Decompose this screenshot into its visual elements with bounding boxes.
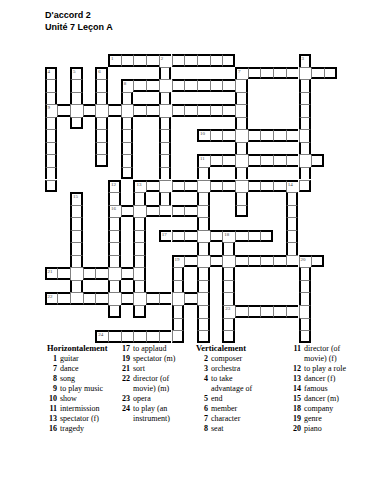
cell-r3c16[interactable] [235,79,248,92]
cell-r5c15[interactable] [222,104,235,117]
cell-r22c13[interactable] [197,318,210,331]
cell-r7c19[interactable] [273,129,286,142]
cell-r20c5[interactable] [95,292,108,305]
cell-r22c21[interactable] [299,318,312,331]
cell-r12c8[interactable] [133,192,146,205]
cell-r17c12[interactable] [184,255,197,268]
clue-list-number: 8 [34,374,60,384]
down-clue-8: 8seat [190,424,256,434]
cell-r19c21[interactable] [299,280,312,293]
cell-r21c19[interactable] [273,305,286,318]
cell-r11c17[interactable] [248,180,261,193]
cell-r14c6[interactable] [108,217,121,230]
cell-r17c15[interactable] [222,255,235,268]
cell-r5c7[interactable] [121,104,134,117]
cell-r4c5[interactable] [95,92,108,105]
cell-r17c16[interactable] [235,255,248,268]
cell-r17c14[interactable] [210,255,223,268]
cell-r7c13[interactable]: 10 [197,129,210,142]
across-clue-10: 10show [34,394,118,404]
clue-list-text: sort [133,364,181,374]
clue-list-number: 24 [108,404,133,414]
clue-list-text: seat [211,424,256,434]
cell-r16c20[interactable] [286,242,299,255]
cell-r12c3[interactable]: 15 [70,192,83,205]
cell-r17c22[interactable] [311,255,324,268]
cell-r5c21[interactable] [299,104,312,117]
cell-r2c10[interactable] [159,67,172,80]
cell-r18c21[interactable] [299,267,312,280]
cell-r5c4[interactable] [83,104,96,117]
clue-list-number: 1 [34,354,60,364]
clue-list-text: famous [304,384,353,394]
cell-r4c3[interactable] [70,92,83,105]
across-clue-13: 13spectator (f) [34,414,118,424]
cell-r12c20[interactable] [286,192,299,205]
clue-list-text: to play (an instrument) [133,404,181,424]
clue-number-21: 21 [48,269,53,275]
cell-r5c10[interactable] [159,104,172,117]
cell-r14c13[interactable] [197,217,210,230]
cell-r2c23[interactable] [324,67,337,80]
cell-r1c11[interactable] [172,54,185,67]
cell-r9c7[interactable] [121,154,134,167]
cell-r1c8[interactable] [133,54,146,67]
cell-r12c16[interactable] [235,192,248,205]
clue-number-3: 3 [302,56,305,62]
cell-r2c21[interactable] [299,67,312,80]
cell-r15c17[interactable] [248,230,261,243]
cell-r4c7[interactable] [121,92,134,105]
cell-r7c17[interactable] [248,129,261,142]
cell-r21c17[interactable] [248,305,261,318]
cell-r5c11[interactable] [172,104,185,117]
cell-r1c15[interactable] [222,54,235,67]
cell-r18c2[interactable] [57,267,70,280]
cell-r17c19[interactable] [273,255,286,268]
across-header: Horizontalement [47,344,107,353]
clue-number-8: 8 [124,81,127,87]
cell-r13c20[interactable] [286,205,299,218]
clue-list-number: 6 [190,404,211,414]
cell-r8c5[interactable] [95,142,108,155]
cell-r21c21[interactable] [299,305,312,318]
cell-r18c7[interactable] [121,267,134,280]
cell-r20c15[interactable] [222,292,235,305]
clue-list-number: 2 [190,354,211,364]
cell-r9c19[interactable] [273,154,286,167]
cell-r9c20[interactable] [286,154,299,167]
across-clue-17: 17to applaud [108,344,181,354]
cell-r5c13[interactable] [197,104,210,117]
cell-r20c9[interactable] [146,292,159,305]
cell-r5c3[interactable] [70,104,83,117]
cell-r1c12[interactable] [184,54,197,67]
cell-r2c3[interactable]: 5 [70,67,83,80]
cell-r2c20[interactable] [286,67,299,80]
cell-r19c11[interactable] [172,280,185,293]
cell-r9c10[interactable] [159,154,172,167]
cell-r18c5[interactable] [95,267,108,280]
cell-r13c12[interactable] [184,205,197,218]
cell-r2c17[interactable] [248,67,261,80]
cell-r23c6[interactable] [108,330,121,343]
cell-r20c10[interactable] [159,292,172,305]
cell-r9c1[interactable] [45,154,58,167]
cell-r18c3[interactable] [70,267,83,280]
cell-r20c11[interactable] [172,292,185,305]
cell-r17c21[interactable]: 20 [299,255,312,268]
cell-r6c5[interactable] [95,117,108,130]
cell-r19c8[interactable] [133,280,146,293]
cell-r11c8[interactable]: 13 [133,180,146,193]
cell-r22c15[interactable] [222,318,235,331]
cell-r14c3[interactable] [70,217,83,230]
cell-r13c8[interactable] [133,205,146,218]
cell-r17c13[interactable] [197,255,210,268]
cell-r11c13[interactable] [197,180,210,193]
cell-r8c16[interactable] [235,142,248,155]
clue-list-number: 11 [279,344,304,354]
cell-r12c10[interactable] [159,192,172,205]
cell-r1c14[interactable] [210,54,223,67]
clue-list-text: to take advantage of [211,374,256,394]
cell-r15c15[interactable]: 18 [222,230,235,243]
cell-r8c21[interactable] [299,142,312,155]
cell-r6c16[interactable] [235,117,248,130]
cell-r19c6[interactable] [108,280,121,293]
cell-r7c5[interactable] [95,129,108,142]
cell-r9c16[interactable] [235,154,248,167]
cell-r21c20[interactable] [286,305,299,318]
cell-r12c6[interactable] [108,192,121,205]
cell-r14c8[interactable] [133,217,146,230]
cell-r21c13[interactable] [197,305,210,318]
cell-r9c22[interactable] [311,154,324,167]
cell-r7c20[interactable] [286,129,299,142]
cell-r1c9[interactable] [146,54,159,67]
cell-r16c3[interactable] [70,242,83,255]
cell-r18c6[interactable] [108,267,121,280]
cell-r5c14[interactable] [210,104,223,117]
cell-r11c11[interactable] [172,180,185,193]
cell-r23c21[interactable] [299,330,312,343]
clue-list-number: 13 [279,374,304,384]
cell-r4c1[interactable] [45,92,58,105]
cell-r17c18[interactable] [260,255,273,268]
cell-r9c5[interactable] [95,154,108,167]
clue-list-number: 16 [34,424,60,434]
cell-r9c14[interactable] [210,154,223,167]
cell-r13c6[interactable]: 16 [108,205,121,218]
clue-list-number: 7 [190,414,211,424]
down-clue-13: 13dancer (f) [279,374,353,384]
cell-r15c16[interactable] [235,230,248,243]
cell-r21c6[interactable] [108,305,121,318]
cell-r13c13[interactable] [197,205,210,218]
cell-r11c21[interactable] [299,180,312,193]
cell-r3c15[interactable] [222,79,235,92]
cell-r11c10[interactable] [159,180,172,193]
cell-r16c13[interactable] [197,242,210,255]
cell-r9c13[interactable]: 11 [197,154,210,167]
cell-r11c6[interactable]: 12 [108,180,121,193]
cell-r5c1[interactable]: 9 [45,104,58,117]
cell-r23c10[interactable] [159,330,172,343]
cell-r6c7[interactable] [121,117,134,130]
cell-r18c15[interactable] [222,267,235,280]
cell-r3c8[interactable] [133,79,146,92]
cell-r21c18[interactable] [260,305,273,318]
cell-r11c18[interactable] [260,180,273,193]
cell-r15c3[interactable] [70,230,83,243]
cell-r18c8[interactable] [133,267,146,280]
cell-r5c9[interactable] [146,104,159,117]
cell-r20c4[interactable] [83,292,96,305]
cell-r17c8[interactable] [133,255,146,268]
cell-r16c15[interactable] [222,242,235,255]
cell-r11c20[interactable]: 14 [286,180,299,193]
cell-r9c15[interactable] [222,154,235,167]
cell-r6c3[interactable] [70,117,83,130]
cell-r3c7[interactable]: 8 [121,79,134,92]
cell-r5c2[interactable] [57,104,70,117]
cell-r15c14[interactable] [210,230,223,243]
cell-r9c21[interactable] [299,154,312,167]
clue-number-23: 23 [225,306,230,312]
cell-r15c20[interactable] [286,230,299,243]
across-clue-23: 23opera [108,394,181,404]
clue-number-15: 15 [73,194,78,200]
clue-number-20: 20 [301,257,306,263]
cell-r3c9[interactable] [146,79,159,92]
cell-r20c3[interactable] [70,292,83,305]
clue-list-number: 18 [279,404,304,414]
cell-r6c21[interactable] [299,117,312,130]
across-clue-21: 21sort [108,364,181,374]
cell-r21c8[interactable] [133,305,146,318]
cell-r14c20[interactable] [286,217,299,230]
cell-r13c10[interactable] [159,205,172,218]
clue-list-number: 9 [34,384,60,394]
clue-number-2: 2 [161,56,164,62]
cell-r11c19[interactable] [273,180,286,193]
cell-r13c3[interactable] [70,205,83,218]
cell-r3c5[interactable] [95,79,108,92]
clue-list-number: 19 [279,414,304,424]
cell-r3c3[interactable] [70,79,83,92]
cell-r17c11[interactable]: 19 [172,255,185,268]
clue-list-text: character [211,414,256,424]
cell-r17c17[interactable] [248,255,261,268]
clue-number-4: 4 [48,69,51,75]
clue-number-14: 14 [288,182,293,188]
cell-r18c11[interactable] [172,267,185,280]
cell-r8c1[interactable] [45,142,58,155]
cell-r6c10[interactable] [159,117,172,130]
cell-r5c5[interactable] [95,104,108,117]
cell-r13c7[interactable] [121,205,134,218]
cell-r3c12[interactable] [184,79,197,92]
cell-r10c16[interactable] [235,167,248,180]
cell-r13c11[interactable] [172,205,185,218]
cell-r2c22[interactable] [311,67,324,80]
cell-r19c15[interactable] [222,280,235,293]
cell-r21c11[interactable] [172,305,185,318]
cell-r15c10[interactable]: 17 [159,230,172,243]
across-clue-19: 19spectator (m) [108,354,181,364]
cell-r11c12[interactable] [184,180,197,193]
cell-r5c6[interactable] [108,104,121,117]
cell-r23c13[interactable] [197,330,210,343]
cell-r11c16[interactable] [235,180,248,193]
cell-r21c15[interactable]: 23 [222,305,235,318]
cell-r3c11[interactable] [172,79,185,92]
clue-number-17: 17 [162,232,167,238]
cell-r17c6[interactable] [108,255,121,268]
across-clue-24: 24to play (an instrument) [108,404,181,424]
cell-r3c10[interactable] [159,79,172,92]
cell-r3c14[interactable] [210,79,223,92]
cell-r23c11[interactable] [172,330,185,343]
cell-r11c9[interactable] [146,180,159,193]
cell-r7c15[interactable] [222,129,235,142]
cell-r23c5[interactable]: 24 [95,330,108,343]
clue-list-text: end [211,394,256,404]
cell-r15c8[interactable] [133,230,146,243]
cell-r9c17[interactable] [248,154,261,167]
cell-r11c14[interactable] [210,180,223,193]
cell-r16c8[interactable] [133,242,146,255]
cell-r11c15[interactable] [222,180,235,193]
cell-r16c6[interactable] [108,242,121,255]
cell-r2c19[interactable] [273,67,286,80]
clue-number-9: 9 [48,105,51,111]
clue-number-24: 24 [98,332,103,338]
cell-r2c16[interactable]: 7 [235,67,248,80]
cell-r17c3[interactable] [70,255,83,268]
cell-r19c3[interactable] [70,280,83,293]
cell-r12c13[interactable] [197,192,210,205]
cell-r15c13[interactable] [197,230,210,243]
cell-r6c1[interactable] [45,117,58,130]
cell-r20c2[interactable] [57,292,70,305]
down-clue-20: 20piano [279,424,353,434]
cell-r3c1[interactable] [45,79,58,92]
cell-r23c7[interactable] [121,330,134,343]
cell-r2c18[interactable] [260,67,273,80]
cell-r20c21[interactable] [299,292,312,305]
clue-list-text: director (of movie) (f) [304,344,353,364]
cell-r18c13[interactable] [197,267,210,280]
cell-r11c1[interactable] [45,180,58,193]
worksheet-page: D'accord 2 Unité 7 Leçon A 1234567891011… [0,0,386,500]
clue-list-text: orchestra [211,364,256,374]
cell-r4c21[interactable] [299,92,312,105]
cell-r18c1[interactable]: 21 [45,267,58,280]
cell-r23c9[interactable] [146,330,159,343]
cell-r7c14[interactable] [210,129,223,142]
clue-list-text: tragedy [60,424,118,434]
cell-r13c9[interactable] [146,205,159,218]
clue-list-text: opera [133,394,181,404]
cell-r1c21[interactable]: 3 [299,54,312,67]
cell-r1c6[interactable]: 1 [108,54,121,67]
cell-r19c13[interactable] [197,280,210,293]
cell-r1c7[interactable] [121,54,134,67]
cell-r20c8[interactable] [133,292,146,305]
cell-r10c13[interactable] [197,167,210,180]
cell-r4c10[interactable] [159,92,172,105]
cell-r17c20[interactable] [286,255,299,268]
cell-r8c7[interactable] [121,142,134,155]
cell-r18c4[interactable] [83,267,96,280]
cell-r10c7[interactable] [121,167,134,180]
across-clue-1: 1guitar [34,354,118,364]
cell-r2c1[interactable]: 4 [45,67,58,80]
cell-r20c7[interactable] [121,292,134,305]
cell-r1c10[interactable]: 2 [159,54,172,67]
cell-r23c8[interactable] [133,330,146,343]
cell-r1c13[interactable] [197,54,210,67]
cell-r20c12[interactable] [184,292,197,305]
across-clue-11: 11intermission [34,404,118,414]
cell-r15c6[interactable] [108,230,121,243]
cell-r3c13[interactable] [197,79,210,92]
across-clues-column-1: 1guitar7dance8song9to play music10show11… [34,354,118,434]
cell-r7c18[interactable] [260,129,273,142]
cell-r7c16[interactable] [235,129,248,142]
clue-list-text: director (of movie) (m) [133,374,181,394]
cell-r21c16[interactable] [235,305,248,318]
clue-list-number: 21 [108,364,133,374]
down-clue-19: 19genre [279,414,353,424]
cell-r4c16[interactable] [235,92,248,105]
down-clue-4: 4to take advantage of [190,374,256,394]
cell-r23c15[interactable] [222,330,235,343]
cell-r13c16[interactable] [235,205,248,218]
cell-r5c8[interactable] [133,104,146,117]
across-clue-9: 9to play music [34,384,118,394]
cell-r5c16[interactable] [235,104,248,117]
clue-list-text: dancer (f) [304,374,353,384]
cell-r7c7[interactable] [121,129,134,142]
cell-r15c11[interactable] [172,230,185,243]
cell-r20c6[interactable] [108,292,121,305]
clue-list-number: 4 [190,374,211,384]
clue-number-5: 5 [73,69,76,75]
cell-r10c21[interactable] [299,167,312,180]
cell-r20c1[interactable]: 22 [45,292,58,305]
cell-r3c21[interactable] [299,79,312,92]
cell-r2c5[interactable]: 6 [95,67,108,80]
cell-r10c10[interactable] [159,167,172,180]
cell-r9c18[interactable] [260,154,273,167]
cell-r20c13[interactable] [197,292,210,305]
down-clue-5: 5end [190,394,256,404]
across-clue-22: 22director (of movie) (m) [108,374,181,394]
cell-r15c18[interactable] [260,230,273,243]
clue-list-text: company [304,404,353,414]
cell-r7c10[interactable] [159,129,172,142]
cell-r7c1[interactable] [45,129,58,142]
cell-r8c10[interactable] [159,142,172,155]
cell-r7c21[interactable] [299,129,312,142]
cell-r10c1[interactable] [45,167,58,180]
cell-r22c11[interactable] [172,318,185,331]
cell-r15c12[interactable] [184,230,197,243]
cell-r5c12[interactable] [184,104,197,117]
